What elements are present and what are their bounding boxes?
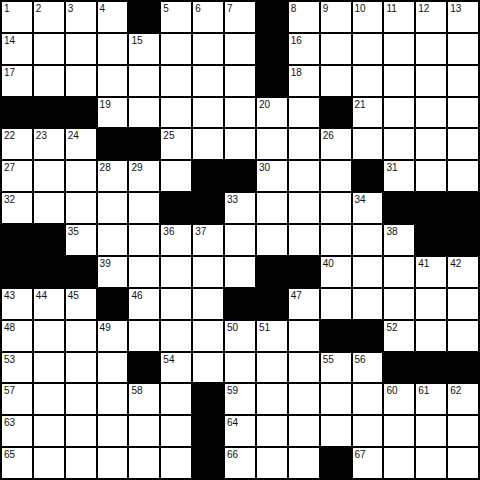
white-cell-r2c10[interactable]: 16 xyxy=(289,34,319,64)
clue-number-25: 25 xyxy=(163,130,174,141)
clue-number-22: 22 xyxy=(4,130,15,141)
white-cell-r6c13[interactable]: 31 xyxy=(384,161,414,191)
clue-number-18: 18 xyxy=(291,67,302,78)
clue-number-15: 15 xyxy=(131,35,142,46)
clue-number-16: 16 xyxy=(291,35,302,46)
white-cell-r5c13[interactable] xyxy=(384,129,414,159)
clue-number-26: 26 xyxy=(323,130,334,141)
white-cell-r13c13[interactable]: 60 xyxy=(384,384,414,414)
white-cell-r12c9[interactable] xyxy=(257,353,287,383)
white-cell-r4c9[interactable]: 20 xyxy=(257,98,287,128)
black-cell-r6c8 xyxy=(225,161,255,191)
black-cell-r11c11 xyxy=(321,321,351,351)
white-cell-r5c10[interactable] xyxy=(289,129,319,159)
clue-number-12: 12 xyxy=(418,3,429,14)
clue-number-9: 9 xyxy=(323,3,329,14)
black-cell-r9c1 xyxy=(2,257,32,287)
white-cell-r13c9[interactable] xyxy=(257,384,287,414)
clue-number-66: 66 xyxy=(227,449,238,460)
black-cell-r15c7 xyxy=(193,448,223,478)
clue-number-24: 24 xyxy=(68,130,79,141)
clue-number-42: 42 xyxy=(450,258,461,269)
black-cell-r1c9 xyxy=(257,2,287,32)
white-cell-r2c13[interactable] xyxy=(384,34,414,64)
white-cell-r1c10[interactable]: 8 xyxy=(289,2,319,32)
clue-number-29: 29 xyxy=(131,162,142,173)
white-cell-r13c6[interactable] xyxy=(161,384,191,414)
clue-number-38: 38 xyxy=(386,226,397,237)
black-cell-r7c13 xyxy=(384,193,414,223)
black-cell-r12c14 xyxy=(416,353,446,383)
clue-number-28: 28 xyxy=(100,162,111,173)
clue-number-40: 40 xyxy=(323,258,334,269)
white-cell-r4c12[interactable]: 21 xyxy=(353,98,383,128)
white-cell-r3c6[interactable] xyxy=(161,66,191,96)
clue-number-34: 34 xyxy=(355,194,366,205)
white-cell-r9c4[interactable]: 39 xyxy=(98,257,128,287)
white-cell-r15c2[interactable] xyxy=(34,448,64,478)
white-cell-r2c4[interactable] xyxy=(98,34,128,64)
black-cell-r1c5 xyxy=(129,2,159,32)
white-cell-r5c7[interactable] xyxy=(193,129,223,159)
clue-number-23: 23 xyxy=(36,130,47,141)
clue-number-59: 59 xyxy=(227,385,238,396)
white-cell-r7c5[interactable] xyxy=(129,193,159,223)
black-cell-r12c15 xyxy=(448,353,478,383)
white-cell-r6c1[interactable]: 27 xyxy=(2,161,32,191)
white-cell-r14c8[interactable]: 64 xyxy=(225,416,255,446)
clue-number-6: 6 xyxy=(195,3,201,14)
white-cell-r9c13[interactable] xyxy=(384,257,414,287)
white-cell-r4c13[interactable] xyxy=(384,98,414,128)
white-cell-r11c2[interactable] xyxy=(34,321,64,351)
clue-number-19: 19 xyxy=(100,99,111,110)
white-cell-r11c1[interactable]: 48 xyxy=(2,321,32,351)
clue-number-46: 46 xyxy=(131,290,142,301)
white-cell-r5c15[interactable] xyxy=(448,129,478,159)
white-cell-r11c3[interactable] xyxy=(66,321,96,351)
black-cell-r12c5 xyxy=(129,353,159,383)
white-cell-r6c9[interactable]: 30 xyxy=(257,161,287,191)
black-cell-r2c9 xyxy=(257,34,287,64)
white-cell-r7c2[interactable] xyxy=(34,193,64,223)
white-cell-r1c14[interactable]: 12 xyxy=(416,2,446,32)
white-cell-r5c8[interactable] xyxy=(225,129,255,159)
black-cell-r15c11 xyxy=(321,448,351,478)
white-cell-r4c5[interactable] xyxy=(129,98,159,128)
clue-number-61: 61 xyxy=(418,385,429,396)
white-cell-r13c10[interactable] xyxy=(289,384,319,414)
white-cell-r3c15[interactable] xyxy=(448,66,478,96)
white-cell-r2c3[interactable] xyxy=(66,34,96,64)
white-cell-r15c12[interactable]: 67 xyxy=(353,448,383,478)
white-cell-r5c12[interactable] xyxy=(353,129,383,159)
white-cell-r8c9[interactable] xyxy=(257,225,287,255)
white-cell-r5c3[interactable]: 24 xyxy=(66,129,96,159)
black-cell-r14c7 xyxy=(193,416,223,446)
white-cell-r3c11[interactable] xyxy=(321,66,351,96)
white-cell-r1c12[interactable]: 10 xyxy=(353,2,383,32)
white-cell-r9c12[interactable] xyxy=(353,257,383,287)
white-cell-r8c12[interactable] xyxy=(353,225,383,255)
white-cell-r7c10[interactable] xyxy=(289,193,319,223)
clue-number-36: 36 xyxy=(163,226,174,237)
white-cell-r13c1[interactable]: 57 xyxy=(2,384,32,414)
white-cell-r11c5[interactable] xyxy=(129,321,159,351)
clue-number-56: 56 xyxy=(355,354,366,365)
white-cell-r5c6[interactable]: 25 xyxy=(161,129,191,159)
white-cell-r12c6[interactable]: 54 xyxy=(161,353,191,383)
white-cell-r2c8[interactable] xyxy=(225,34,255,64)
clue-number-27: 27 xyxy=(4,162,15,173)
clue-number-3: 3 xyxy=(68,3,74,14)
white-cell-r2c7[interactable] xyxy=(193,34,223,64)
clue-number-5: 5 xyxy=(163,3,169,14)
white-cell-r13c11[interactable] xyxy=(321,384,351,414)
white-cell-r13c14[interactable]: 61 xyxy=(416,384,446,414)
white-cell-r8c5[interactable] xyxy=(129,225,159,255)
clue-number-20: 20 xyxy=(259,99,270,110)
white-cell-r3c5[interactable] xyxy=(129,66,159,96)
white-cell-r15c5[interactable] xyxy=(129,448,159,478)
black-cell-r6c7 xyxy=(193,161,223,191)
clue-number-45: 45 xyxy=(68,290,79,301)
white-cell-r15c1[interactable]: 65 xyxy=(2,448,32,478)
white-cell-r12c12[interactable]: 56 xyxy=(353,353,383,383)
white-cell-r3c1[interactable]: 17 xyxy=(2,66,32,96)
white-cell-r4c14[interactable] xyxy=(416,98,446,128)
white-cell-r11c4[interactable]: 49 xyxy=(98,321,128,351)
white-cell-r12c4[interactable] xyxy=(98,353,128,383)
white-cell-r9c6[interactable] xyxy=(161,257,191,287)
white-cell-r13c12[interactable] xyxy=(353,384,383,414)
clue-number-17: 17 xyxy=(4,67,15,78)
white-cell-r15c10[interactable] xyxy=(289,448,319,478)
black-cell-r10c8 xyxy=(225,289,255,319)
white-cell-r14c3[interactable] xyxy=(66,416,96,446)
white-cell-r3c12[interactable] xyxy=(353,66,383,96)
clue-number-60: 60 xyxy=(386,385,397,396)
clue-number-8: 8 xyxy=(291,3,297,14)
clue-number-21: 21 xyxy=(355,99,366,110)
white-cell-r10c10[interactable]: 47 xyxy=(289,289,319,319)
white-cell-r3c14[interactable] xyxy=(416,66,446,96)
white-cell-r2c1[interactable]: 14 xyxy=(2,34,32,64)
white-cell-r12c11[interactable]: 55 xyxy=(321,353,351,383)
white-cell-r1c6[interactable]: 5 xyxy=(161,2,191,32)
clue-number-53: 53 xyxy=(4,354,15,365)
white-cell-r10c6[interactable] xyxy=(161,289,191,319)
clue-number-50: 50 xyxy=(227,322,238,333)
black-cell-r8c14 xyxy=(416,225,446,255)
white-cell-r11c8[interactable]: 50 xyxy=(225,321,255,351)
white-cell-r8c8[interactable] xyxy=(225,225,255,255)
clue-number-7: 7 xyxy=(227,3,233,14)
clue-number-37: 37 xyxy=(195,226,206,237)
white-cell-r4c15[interactable] xyxy=(448,98,478,128)
crossword-grid: 1234567891011121314151617181920212223242… xyxy=(0,0,480,480)
clue-number-54: 54 xyxy=(163,354,174,365)
white-cell-r10c2[interactable]: 44 xyxy=(34,289,64,319)
white-cell-r11c7[interactable] xyxy=(193,321,223,351)
white-cell-r14c11[interactable] xyxy=(321,416,351,446)
white-cell-r12c7[interactable] xyxy=(193,353,223,383)
white-cell-r6c4[interactable]: 28 xyxy=(98,161,128,191)
black-cell-r7c6 xyxy=(161,193,191,223)
white-cell-r8c11[interactable] xyxy=(321,225,351,255)
white-cell-r11c10[interactable] xyxy=(289,321,319,351)
clue-number-30: 30 xyxy=(259,162,270,173)
white-cell-r12c1[interactable]: 53 xyxy=(2,353,32,383)
white-cell-r2c11[interactable] xyxy=(321,34,351,64)
white-cell-r6c3[interactable] xyxy=(66,161,96,191)
white-cell-r5c2[interactable]: 23 xyxy=(34,129,64,159)
clue-number-67: 67 xyxy=(355,449,366,460)
white-cell-r11c13[interactable]: 52 xyxy=(384,321,414,351)
clue-number-4: 4 xyxy=(100,3,106,14)
white-cell-r12c2[interactable] xyxy=(34,353,64,383)
white-cell-r12c3[interactable] xyxy=(66,353,96,383)
clue-number-33: 33 xyxy=(227,194,238,205)
black-cell-r4c3 xyxy=(66,98,96,128)
white-cell-r2c15[interactable] xyxy=(448,34,478,64)
white-cell-r11c9[interactable]: 51 xyxy=(257,321,287,351)
black-cell-r9c9 xyxy=(257,257,287,287)
white-cell-r4c4[interactable]: 19 xyxy=(98,98,128,128)
white-cell-r1c7[interactable]: 6 xyxy=(193,2,223,32)
black-cell-r4c11 xyxy=(321,98,351,128)
white-cell-r10c3[interactable]: 45 xyxy=(66,289,96,319)
black-cell-r10c4 xyxy=(98,289,128,319)
clue-number-57: 57 xyxy=(4,385,15,396)
black-cell-r9c3 xyxy=(66,257,96,287)
white-cell-r3c2[interactable] xyxy=(34,66,64,96)
white-cell-r13c4[interactable] xyxy=(98,384,128,414)
white-cell-r8c10[interactable] xyxy=(289,225,319,255)
white-cell-r7c1[interactable]: 32 xyxy=(2,193,32,223)
white-cell-r15c3[interactable] xyxy=(66,448,96,478)
white-cell-r1c1[interactable]: 1 xyxy=(2,2,32,32)
white-cell-r4c7[interactable] xyxy=(193,98,223,128)
black-cell-r7c14 xyxy=(416,193,446,223)
clue-number-47: 47 xyxy=(291,290,302,301)
white-cell-r8c3[interactable]: 35 xyxy=(66,225,96,255)
clue-number-31: 31 xyxy=(386,162,397,173)
white-cell-r14c4[interactable] xyxy=(98,416,128,446)
white-cell-r10c14[interactable] xyxy=(416,289,446,319)
white-cell-r13c2[interactable] xyxy=(34,384,64,414)
white-cell-r6c2[interactable] xyxy=(34,161,64,191)
white-cell-r3c10[interactable]: 18 xyxy=(289,66,319,96)
white-cell-r1c3[interactable]: 3 xyxy=(66,2,96,32)
white-cell-r11c15[interactable] xyxy=(448,321,478,351)
white-cell-r13c8[interactable]: 59 xyxy=(225,384,255,414)
white-cell-r15c8[interactable]: 66 xyxy=(225,448,255,478)
clue-number-58: 58 xyxy=(131,385,142,396)
white-cell-r15c6[interactable] xyxy=(161,448,191,478)
white-cell-r1c15[interactable]: 13 xyxy=(448,2,478,32)
white-cell-r9c8[interactable] xyxy=(225,257,255,287)
white-cell-r3c8[interactable] xyxy=(225,66,255,96)
white-cell-r8c4[interactable] xyxy=(98,225,128,255)
white-cell-r12c10[interactable] xyxy=(289,353,319,383)
white-cell-r7c9[interactable] xyxy=(257,193,287,223)
white-cell-r11c6[interactable] xyxy=(161,321,191,351)
white-cell-r3c13[interactable] xyxy=(384,66,414,96)
black-cell-r4c2 xyxy=(34,98,64,128)
black-cell-r12c13 xyxy=(384,353,414,383)
white-cell-r6c10[interactable] xyxy=(289,161,319,191)
white-cell-r9c5[interactable] xyxy=(129,257,159,287)
black-cell-r7c7 xyxy=(193,193,223,223)
clue-number-44: 44 xyxy=(36,290,47,301)
white-cell-r4c8[interactable] xyxy=(225,98,255,128)
black-cell-r7c15 xyxy=(448,193,478,223)
clue-number-32: 32 xyxy=(4,194,15,205)
clue-number-14: 14 xyxy=(4,35,15,46)
white-cell-r5c11[interactable]: 26 xyxy=(321,129,351,159)
white-cell-r8c13[interactable]: 38 xyxy=(384,225,414,255)
black-cell-r6c12 xyxy=(353,161,383,191)
white-cell-r9c15[interactable]: 42 xyxy=(448,257,478,287)
white-cell-r1c11[interactable]: 9 xyxy=(321,2,351,32)
clue-number-39: 39 xyxy=(100,258,111,269)
white-cell-r2c12[interactable] xyxy=(353,34,383,64)
white-cell-r1c4[interactable]: 4 xyxy=(98,2,128,32)
black-cell-r4c1 xyxy=(2,98,32,128)
white-cell-r15c14[interactable] xyxy=(416,448,446,478)
white-cell-r14c10[interactable] xyxy=(289,416,319,446)
white-cell-r8c6[interactable]: 36 xyxy=(161,225,191,255)
white-cell-r10c12[interactable] xyxy=(353,289,383,319)
white-cell-r2c14[interactable] xyxy=(416,34,446,64)
white-cell-r14c14[interactable] xyxy=(416,416,446,446)
clue-number-43: 43 xyxy=(4,290,15,301)
white-cell-r13c3[interactable] xyxy=(66,384,96,414)
white-cell-r6c15[interactable] xyxy=(448,161,478,191)
black-cell-r9c2 xyxy=(34,257,64,287)
black-cell-r5c4 xyxy=(98,129,128,159)
white-cell-r7c11[interactable] xyxy=(321,193,351,223)
white-cell-r10c1[interactable]: 43 xyxy=(2,289,32,319)
black-cell-r11c12 xyxy=(353,321,383,351)
white-cell-r7c8[interactable]: 33 xyxy=(225,193,255,223)
white-cell-r5c9[interactable] xyxy=(257,129,287,159)
clue-number-63: 63 xyxy=(4,417,15,428)
white-cell-r14c2[interactable] xyxy=(34,416,64,446)
black-cell-r3c9 xyxy=(257,66,287,96)
white-cell-r14c15[interactable] xyxy=(448,416,478,446)
clue-number-13: 13 xyxy=(450,3,461,14)
white-cell-r14c1[interactable]: 63 xyxy=(2,416,32,446)
white-cell-r3c3[interactable] xyxy=(66,66,96,96)
white-cell-r5c14[interactable] xyxy=(416,129,446,159)
white-cell-r11c14[interactable] xyxy=(416,321,446,351)
white-cell-r9c14[interactable]: 41 xyxy=(416,257,446,287)
white-cell-r10c11[interactable] xyxy=(321,289,351,319)
white-cell-r4c10[interactable] xyxy=(289,98,319,128)
clue-number-55: 55 xyxy=(323,354,334,365)
black-cell-r5c5 xyxy=(129,129,159,159)
clue-number-51: 51 xyxy=(259,322,270,333)
white-cell-r14c9[interactable] xyxy=(257,416,287,446)
white-cell-r4c6[interactable] xyxy=(161,98,191,128)
white-cell-r6c14[interactable] xyxy=(416,161,446,191)
white-cell-r7c3[interactable] xyxy=(66,193,96,223)
white-cell-r10c7[interactable] xyxy=(193,289,223,319)
white-cell-r7c12[interactable]: 34 xyxy=(353,193,383,223)
white-cell-r13c15[interactable]: 62 xyxy=(448,384,478,414)
white-cell-r15c4[interactable] xyxy=(98,448,128,478)
clue-number-65: 65 xyxy=(4,449,15,460)
clue-number-11: 11 xyxy=(386,3,396,14)
white-cell-r3c7[interactable] xyxy=(193,66,223,96)
black-cell-r13c7 xyxy=(193,384,223,414)
clue-number-10: 10 xyxy=(355,3,366,14)
white-cell-r1c8[interactable]: 7 xyxy=(225,2,255,32)
white-cell-r10c15[interactable] xyxy=(448,289,478,319)
black-cell-r8c1 xyxy=(2,225,32,255)
white-cell-r10c13[interactable] xyxy=(384,289,414,319)
black-cell-r8c15 xyxy=(448,225,478,255)
black-cell-r9c10 xyxy=(289,257,319,287)
white-cell-r9c11[interactable]: 40 xyxy=(321,257,351,287)
white-cell-r5c1[interactable]: 22 xyxy=(2,129,32,159)
white-cell-r9c7[interactable] xyxy=(193,257,223,287)
white-cell-r2c6[interactable] xyxy=(161,34,191,64)
white-cell-r14c6[interactable] xyxy=(161,416,191,446)
clue-number-52: 52 xyxy=(386,322,397,333)
white-cell-r7c4[interactable] xyxy=(98,193,128,223)
white-cell-r3c4[interactable] xyxy=(98,66,128,96)
clue-number-41: 41 xyxy=(418,258,429,269)
clue-number-49: 49 xyxy=(100,322,111,333)
white-cell-r10c5[interactable]: 46 xyxy=(129,289,159,319)
white-cell-r2c5[interactable]: 15 xyxy=(129,34,159,64)
white-cell-r13c5[interactable]: 58 xyxy=(129,384,159,414)
white-cell-r15c9[interactable] xyxy=(257,448,287,478)
clue-number-2: 2 xyxy=(36,3,42,14)
white-cell-r14c12[interactable] xyxy=(353,416,383,446)
white-cell-r14c13[interactable] xyxy=(384,416,414,446)
clue-number-62: 62 xyxy=(450,385,461,396)
white-cell-r15c13[interactable] xyxy=(384,448,414,478)
clue-number-64: 64 xyxy=(227,417,238,428)
black-cell-r8c2 xyxy=(34,225,64,255)
white-cell-r6c11[interactable] xyxy=(321,161,351,191)
white-cell-r2c2[interactable] xyxy=(34,34,64,64)
white-cell-r6c6[interactable] xyxy=(161,161,191,191)
white-cell-r15c15[interactable] xyxy=(448,448,478,478)
white-cell-r6c5[interactable]: 29 xyxy=(129,161,159,191)
white-cell-r1c2[interactable]: 2 xyxy=(34,2,64,32)
white-cell-r8c7[interactable]: 37 xyxy=(193,225,223,255)
white-cell-r14c5[interactable] xyxy=(129,416,159,446)
clue-number-35: 35 xyxy=(68,226,79,237)
clue-number-1: 1 xyxy=(4,3,10,14)
black-cell-r10c9 xyxy=(257,289,287,319)
clue-number-48: 48 xyxy=(4,322,15,333)
white-cell-r1c13[interactable]: 11 xyxy=(384,2,414,32)
white-cell-r12c8[interactable] xyxy=(225,353,255,383)
